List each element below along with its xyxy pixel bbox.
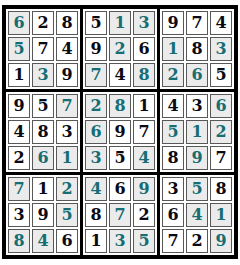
sudoku-cell-r6c1[interactable]: 2 [8, 146, 30, 170]
sudoku-board: 6285741395139267489741832659574832612816… [2, 5, 238, 259]
sudoku-cell-r4c5[interactable]: 8 [109, 94, 131, 118]
sudoku-cell-r1c5[interactable]: 1 [109, 11, 131, 35]
sudoku-cell-r8c2[interactable]: 9 [32, 203, 54, 227]
sudoku-cell-r2c9[interactable]: 3 [210, 37, 232, 61]
sudoku-cell-r6c4[interactable]: 3 [85, 146, 107, 170]
sudoku-cell-r3c7[interactable]: 2 [162, 63, 184, 87]
sudoku-cell-r4c3[interactable]: 7 [56, 94, 78, 118]
sudoku-cell-r8c3[interactable]: 5 [56, 203, 78, 227]
sudoku-cell-r1c7[interactable]: 9 [162, 11, 184, 35]
sudoku-cell-r2c3[interactable]: 4 [56, 37, 78, 61]
sudoku-cell-r4c2[interactable]: 5 [32, 94, 54, 118]
sudoku-cell-r5c9[interactable]: 2 [210, 120, 232, 144]
sudoku-cell-r3c3[interactable]: 9 [56, 63, 78, 87]
sudoku-cell-r5c3[interactable]: 3 [56, 120, 78, 144]
sudoku-cell-r2c8[interactable]: 8 [186, 37, 208, 61]
sudoku-cell-r3c9[interactable]: 5 [210, 63, 232, 87]
sudoku-cell-r2c5[interactable]: 2 [109, 37, 131, 61]
sudoku-cell-r2c7[interactable]: 1 [162, 37, 184, 61]
sudoku-cell-r9c4[interactable]: 1 [85, 229, 107, 253]
sudoku-box-3: 974183265 [160, 9, 234, 89]
sudoku-cell-r1c6[interactable]: 3 [133, 11, 155, 35]
sudoku-cell-r3c2[interactable]: 3 [32, 63, 54, 87]
sudoku-cell-r9c5[interactable]: 3 [109, 229, 131, 253]
sudoku-cell-r8c9[interactable]: 1 [210, 203, 232, 227]
sudoku-cell-r9c9[interactable]: 9 [210, 229, 232, 253]
sudoku-cell-r1c4[interactable]: 5 [85, 11, 107, 35]
sudoku-cell-r2c1[interactable]: 5 [8, 37, 30, 61]
sudoku-cell-r7c4[interactable]: 4 [85, 177, 107, 201]
sudoku-cell-r3c6[interactable]: 8 [133, 63, 155, 87]
sudoku-cell-r7c1[interactable]: 7 [8, 177, 30, 201]
sudoku-cell-r7c7[interactable]: 3 [162, 177, 184, 201]
sudoku-cell-r9c7[interactable]: 7 [162, 229, 184, 253]
sudoku-cell-r7c6[interactable]: 9 [133, 177, 155, 201]
sudoku-cell-r6c2[interactable]: 6 [32, 146, 54, 170]
sudoku-cell-r9c2[interactable]: 4 [32, 229, 54, 253]
sudoku-cell-r5c1[interactable]: 4 [8, 120, 30, 144]
sudoku-cell-r8c6[interactable]: 2 [133, 203, 155, 227]
sudoku-cell-r4c7[interactable]: 4 [162, 94, 184, 118]
sudoku-cell-r3c8[interactable]: 6 [186, 63, 208, 87]
sudoku-box-4: 957483261 [6, 92, 80, 172]
sudoku-cell-r7c5[interactable]: 6 [109, 177, 131, 201]
sudoku-cell-r7c3[interactable]: 2 [56, 177, 78, 201]
sudoku-cell-r1c1[interactable]: 6 [8, 11, 30, 35]
sudoku-box-7: 712395846 [6, 175, 80, 255]
sudoku-cell-r4c4[interactable]: 2 [85, 94, 107, 118]
sudoku-cell-r4c1[interactable]: 9 [8, 94, 30, 118]
sudoku-cell-r8c8[interactable]: 4 [186, 203, 208, 227]
sudoku-cell-r2c4[interactable]: 9 [85, 37, 107, 61]
sudoku-cell-r6c5[interactable]: 5 [109, 146, 131, 170]
sudoku-box-8: 469872135 [83, 175, 157, 255]
sudoku-cell-r9c6[interactable]: 5 [133, 229, 155, 253]
sudoku-cell-r8c1[interactable]: 3 [8, 203, 30, 227]
sudoku-cell-r3c4[interactable]: 7 [85, 63, 107, 87]
sudoku-cell-r8c4[interactable]: 8 [85, 203, 107, 227]
sudoku-cell-r4c6[interactable]: 1 [133, 94, 155, 118]
sudoku-cell-r9c3[interactable]: 6 [56, 229, 78, 253]
sudoku-page: 6285741395139267489741832659574832612816… [0, 0, 240, 265]
sudoku-cell-r8c5[interactable]: 7 [109, 203, 131, 227]
sudoku-cell-r7c9[interactable]: 8 [210, 177, 232, 201]
sudoku-cell-r5c4[interactable]: 6 [85, 120, 107, 144]
sudoku-cell-r2c2[interactable]: 7 [32, 37, 54, 61]
sudoku-cell-r1c2[interactable]: 2 [32, 11, 54, 35]
sudoku-cell-r5c5[interactable]: 9 [109, 120, 131, 144]
sudoku-box-2: 513926748 [83, 9, 157, 89]
sudoku-box-1: 628574139 [6, 9, 80, 89]
sudoku-cell-r2c6[interactable]: 6 [133, 37, 155, 61]
sudoku-cell-r5c6[interactable]: 7 [133, 120, 155, 144]
sudoku-cell-r3c5[interactable]: 4 [109, 63, 131, 87]
sudoku-cell-r8c7[interactable]: 6 [162, 203, 184, 227]
sudoku-box-6: 436512897 [160, 92, 234, 172]
sudoku-box-9: 358641729 [160, 175, 234, 255]
sudoku-cell-r5c2[interactable]: 8 [32, 120, 54, 144]
sudoku-cell-r6c6[interactable]: 4 [133, 146, 155, 170]
sudoku-cell-r1c9[interactable]: 4 [210, 11, 232, 35]
sudoku-cell-r4c8[interactable]: 3 [186, 94, 208, 118]
sudoku-cell-r6c9[interactable]: 7 [210, 146, 232, 170]
sudoku-cell-r7c2[interactable]: 1 [32, 177, 54, 201]
sudoku-cell-r6c8[interactable]: 9 [186, 146, 208, 170]
sudoku-box-5: 281697354 [83, 92, 157, 172]
sudoku-cell-r1c8[interactable]: 7 [186, 11, 208, 35]
sudoku-cell-r6c7[interactable]: 8 [162, 146, 184, 170]
sudoku-cell-r3c1[interactable]: 1 [8, 63, 30, 87]
sudoku-cell-r5c7[interactable]: 5 [162, 120, 184, 144]
sudoku-cell-r7c8[interactable]: 5 [186, 177, 208, 201]
sudoku-cell-r9c8[interactable]: 2 [186, 229, 208, 253]
sudoku-cell-r9c1[interactable]: 8 [8, 229, 30, 253]
sudoku-cell-r6c3[interactable]: 1 [56, 146, 78, 170]
sudoku-cell-r5c8[interactable]: 1 [186, 120, 208, 144]
sudoku-cell-r1c3[interactable]: 8 [56, 11, 78, 35]
sudoku-cell-r4c9[interactable]: 6 [210, 94, 232, 118]
